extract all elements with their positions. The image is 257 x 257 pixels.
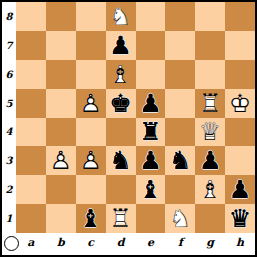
black-knight-glyph: ♞︎ <box>106 146 136 175</box>
square-b8[interactable] <box>46 2 76 31</box>
white-bishop-glyph: ♗︎ <box>195 175 225 204</box>
black-bishop-glyph: ♝︎ <box>76 204 106 233</box>
black-pawn-glyph: ♟︎ <box>225 175 255 204</box>
file-label-b: b <box>46 233 76 255</box>
square-a7[interactable] <box>16 31 46 60</box>
file-label-h: h <box>225 233 255 255</box>
white-rook-glyph: ♖︎ <box>195 89 225 118</box>
square-h3[interactable] <box>225 146 255 175</box>
square-f8[interactable] <box>165 2 195 31</box>
square-b3[interactable]: ♟︎♙︎ <box>46 146 76 175</box>
piece-black-pawn[interactable]: ♟︎♟︎ <box>225 175 255 204</box>
white-rook-glyph: ♖︎ <box>106 204 136 233</box>
rank-label-4: 4 <box>2 118 16 147</box>
square-a4[interactable] <box>16 118 46 147</box>
piece-black-knight[interactable]: ♞︎♞︎ <box>106 146 136 175</box>
piece-black-pawn[interactable]: ♟︎♟︎ <box>136 89 166 118</box>
square-g3[interactable]: ♟︎♟︎ <box>195 146 225 175</box>
square-d4[interactable] <box>106 118 136 147</box>
white-pawn-glyph: ♙︎ <box>46 146 76 175</box>
square-c6[interactable] <box>76 60 106 89</box>
square-d5[interactable]: ♚︎♚︎ <box>106 89 136 118</box>
square-c5[interactable]: ♟︎♙︎ <box>76 89 106 118</box>
white-pawn-glyph: ♙︎ <box>76 146 106 175</box>
white-knight-glyph: ♘︎ <box>165 204 195 233</box>
square-h2[interactable]: ♟︎♟︎ <box>225 175 255 204</box>
square-c3[interactable]: ♟︎♙︎ <box>76 146 106 175</box>
piece-white-rook[interactable]: ♜︎♖︎ <box>106 204 136 233</box>
black-knight-glyph: ♞︎ <box>165 146 195 175</box>
rank-label-2: 2 <box>2 175 16 204</box>
square-a8[interactable] <box>16 2 46 31</box>
piece-black-rook[interactable]: ♜︎♜︎ <box>136 118 166 147</box>
square-a1[interactable] <box>16 204 46 233</box>
square-g4[interactable]: ♛︎♕︎ <box>195 118 225 147</box>
square-b7[interactable] <box>46 31 76 60</box>
square-e7[interactable] <box>136 31 166 60</box>
square-d3[interactable]: ♞︎♞︎ <box>106 146 136 175</box>
piece-white-knight[interactable]: ♞︎♘︎ <box>106 2 136 31</box>
rank-label-5: 5 <box>2 89 16 118</box>
square-d2[interactable] <box>106 175 136 204</box>
square-a5[interactable] <box>16 89 46 118</box>
square-a6[interactable] <box>16 60 46 89</box>
black-pawn-glyph: ♟︎ <box>195 146 225 175</box>
rank-label-6: 6 <box>2 60 16 89</box>
piece-black-pawn[interactable]: ♟︎♟︎ <box>136 146 166 175</box>
square-g7[interactable] <box>195 31 225 60</box>
square-g5[interactable]: ♜︎♖︎ <box>195 89 225 118</box>
file-label-g: g <box>195 233 225 255</box>
square-c1[interactable]: ♝︎♝︎ <box>76 204 106 233</box>
white-knight-glyph: ♘︎ <box>106 2 136 31</box>
piece-black-bishop[interactable]: ♝︎♝︎ <box>136 175 166 204</box>
square-e5[interactable]: ♟︎♟︎ <box>136 89 166 118</box>
square-d8[interactable]: ♞︎♘︎ <box>106 2 136 31</box>
piece-white-king[interactable]: ♚︎♔︎ <box>225 89 255 118</box>
black-pawn-glyph: ♟︎ <box>136 146 166 175</box>
white-king-glyph: ♔︎ <box>225 89 255 118</box>
side-to-move-indicator <box>2 233 16 255</box>
square-b4[interactable] <box>46 118 76 147</box>
square-f1[interactable]: ♞︎♘︎ <box>165 204 195 233</box>
square-f4[interactable] <box>165 118 195 147</box>
piece-black-bishop[interactable]: ♝︎♝︎ <box>76 204 106 233</box>
square-c7[interactable] <box>76 31 106 60</box>
square-h1[interactable]: ♛︎♛︎ <box>225 204 255 233</box>
piece-white-bishop[interactable]: ♝︎♗︎ <box>195 175 225 204</box>
chess-board: ♞︎♘︎♟︎♟︎♝︎♗︎♟︎♙︎♚︎♚︎♟︎♟︎♜︎♖︎♚︎♔︎♜︎♜︎♛︎♕︎… <box>16 2 255 233</box>
white-pawn-glyph: ♙︎ <box>76 89 106 118</box>
black-queen-glyph: ♛︎ <box>225 204 255 233</box>
square-b5[interactable] <box>46 89 76 118</box>
square-g6[interactable] <box>195 60 225 89</box>
square-f2[interactable] <box>165 175 195 204</box>
black-bishop-glyph: ♝︎ <box>136 175 166 204</box>
square-g8[interactable] <box>195 2 225 31</box>
square-c4[interactable] <box>76 118 106 147</box>
piece-black-queen[interactable]: ♛︎♛︎ <box>225 204 255 233</box>
file-label-a: a <box>16 233 46 255</box>
file-label-e: e <box>136 233 166 255</box>
square-g1[interactable] <box>195 204 225 233</box>
square-f3[interactable]: ♞︎♞︎ <box>165 146 195 175</box>
file-label-c: c <box>76 233 106 255</box>
square-h4[interactable] <box>225 118 255 147</box>
black-rook-glyph: ♜︎ <box>136 118 166 147</box>
square-g2[interactable]: ♝︎♗︎ <box>195 175 225 204</box>
square-e8[interactable] <box>136 2 166 31</box>
piece-black-pawn[interactable]: ♟︎♟︎ <box>106 31 136 60</box>
piece-black-pawn[interactable]: ♟︎♟︎ <box>195 146 225 175</box>
white-queen-glyph: ♕︎ <box>195 118 225 147</box>
square-h8[interactable] <box>225 2 255 31</box>
square-a2[interactable] <box>16 175 46 204</box>
black-pawn-glyph: ♟︎ <box>136 89 166 118</box>
rank-label-8: 8 <box>2 2 16 31</box>
square-b1[interactable] <box>46 204 76 233</box>
square-b2[interactable] <box>46 175 76 204</box>
square-h6[interactable] <box>225 60 255 89</box>
piece-white-knight[interactable]: ♞︎♘︎ <box>165 204 195 233</box>
square-f6[interactable] <box>165 60 195 89</box>
square-e6[interactable] <box>136 60 166 89</box>
piece-white-bishop[interactable]: ♝︎♗︎ <box>106 60 136 89</box>
file-labels: abcdefgh <box>16 233 255 255</box>
file-label-d: d <box>106 233 136 255</box>
piece-white-pawn[interactable]: ♟︎♙︎ <box>76 89 106 118</box>
piece-black-knight[interactable]: ♞︎♞︎ <box>165 146 195 175</box>
rank-label-3: 3 <box>2 146 16 175</box>
square-d7[interactable]: ♟︎♟︎ <box>106 31 136 60</box>
white-to-move-circle <box>4 236 19 251</box>
square-h7[interactable] <box>225 31 255 60</box>
piece-white-rook[interactable]: ♜︎♖︎ <box>195 89 225 118</box>
square-e4[interactable]: ♜︎♜︎ <box>136 118 166 147</box>
square-a3[interactable] <box>16 146 46 175</box>
chess-diagram: 87654321 ♞︎♘︎♟︎♟︎♝︎♗︎♟︎♙︎♚︎♚︎♟︎♟︎♜︎♖︎♚︎♔… <box>0 0 257 257</box>
black-pawn-glyph: ♟︎ <box>106 31 136 60</box>
rank-labels: 87654321 <box>2 2 16 233</box>
piece-white-pawn[interactable]: ♟︎♙︎ <box>76 146 106 175</box>
square-f5[interactable] <box>165 89 195 118</box>
square-d1[interactable]: ♜︎♖︎ <box>106 204 136 233</box>
white-bishop-glyph: ♗︎ <box>106 60 136 89</box>
square-h5[interactable]: ♚︎♔︎ <box>225 89 255 118</box>
file-label-f: f <box>165 233 195 255</box>
square-c2[interactable] <box>76 175 106 204</box>
piece-black-king[interactable]: ♚︎♚︎ <box>106 89 136 118</box>
square-c8[interactable] <box>76 2 106 31</box>
square-e2[interactable]: ♝︎♝︎ <box>136 175 166 204</box>
black-king-glyph: ♚︎ <box>106 89 136 118</box>
piece-white-pawn[interactable]: ♟︎♙︎ <box>46 146 76 175</box>
rank-label-7: 7 <box>2 31 16 60</box>
square-e1[interactable] <box>136 204 166 233</box>
rank-label-1: 1 <box>2 204 16 233</box>
square-e3[interactable]: ♟︎♟︎ <box>136 146 166 175</box>
square-b6[interactable] <box>46 60 76 89</box>
piece-white-queen[interactable]: ♛︎♕︎ <box>195 118 225 147</box>
square-f7[interactable] <box>165 31 195 60</box>
square-d6[interactable]: ♝︎♗︎ <box>106 60 136 89</box>
